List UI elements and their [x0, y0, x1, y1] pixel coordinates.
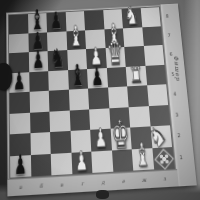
pawn-glyph: ♟	[50, 12, 62, 31]
rook-glyph: ♜	[129, 67, 144, 85]
piece-white-pawn: ♟	[71, 151, 92, 174]
chess-board-photo: ♝♟♞♟♝♝♟♞♟♛♟♝♟♜♟♚♞♟♝♟ Фишер 87654321 абвг…	[0, 0, 200, 200]
piece-white-knight: ♞	[122, 8, 142, 28]
file-label: д	[98, 179, 108, 186]
piece-black-pawn: ♟	[46, 12, 66, 32]
file-label: г	[77, 180, 87, 187]
board-grid: ♝♟♞♟♝♝♟♞♟♛♟♝♟♜♟♚♞♟♝♟	[9, 7, 174, 177]
piece-black-knight: ♞	[48, 50, 68, 71]
file-label: б	[36, 182, 46, 189]
rank-label: 6	[167, 51, 175, 57]
bishop-glyph: ♝	[68, 26, 83, 50]
pawn-glyph: ♟	[13, 72, 25, 92]
file-label: в	[57, 181, 67, 188]
pawn-glyph: ♟	[14, 155, 27, 177]
file-label: е	[118, 177, 128, 184]
piece-black-pawn: ♟	[28, 51, 48, 72]
rank-label: 5	[169, 70, 177, 76]
piece-white-knight: ♞	[150, 125, 172, 147]
file-label: з	[159, 175, 170, 182]
piece-white-pawn: ♟	[90, 129, 111, 151]
board-fold-notch	[96, 190, 109, 199]
piece-black-bishop: ♝	[68, 69, 88, 90]
rank-label: 8	[163, 13, 171, 19]
pawn-glyph: ♟	[94, 129, 108, 151]
piece-white-bishop: ♝	[66, 30, 86, 50]
rank-label: 2	[175, 132, 183, 139]
rank-label: 7	[165, 32, 173, 38]
piece-black-pawn: ♟	[9, 72, 29, 93]
knight-glyph: ♞	[124, 7, 140, 28]
rank-label: 3	[173, 111, 181, 118]
board-assembly: ♝♟♞♟♝♝♟♞♟♛♟♝♟♜♟♚♞♟♝♟ Фишер 87654321 абвг…	[6, 4, 197, 197]
piece-black-pawn: ♟	[10, 155, 31, 178]
rank-label: 1	[177, 153, 186, 160]
pawn-glyph: ♟	[32, 51, 44, 71]
piece-white-king: ♚	[110, 128, 132, 150]
piece-white-bishop: ♝	[132, 148, 154, 171]
rank-label: 4	[171, 90, 179, 96]
brand-label: Фишер	[173, 55, 182, 81]
pawn-glyph: ♟	[91, 68, 104, 88]
file-label: ж	[139, 176, 150, 183]
piece-white-rook: ♜	[126, 65, 147, 86]
bishop-glyph: ♝	[70, 64, 86, 89]
bishop-glyph: ♝	[134, 143, 151, 170]
queen-glyph: ♛	[106, 40, 124, 67]
king-glyph: ♚	[111, 117, 131, 149]
piece-white-queen: ♛	[105, 47, 126, 68]
knight-glyph: ♞	[50, 48, 65, 70]
piece-black-pawn: ♟	[87, 68, 108, 89]
file-label: а	[15, 183, 25, 190]
pawn-glyph: ♟	[75, 151, 88, 173]
